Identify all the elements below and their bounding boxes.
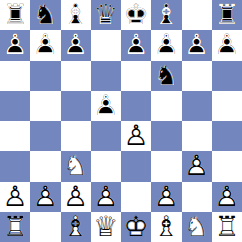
square-f6[interactable]: ♞♘ (151, 61, 181, 91)
square-a7[interactable]: ♟♙ (0, 30, 30, 60)
white-rook-fill-glyph: ♜ (0, 213, 30, 241)
piece-black-knight[interactable]: ♞♘ (30, 0, 60, 30)
square-f7[interactable]: ♟♙ (151, 30, 181, 60)
white-pawn-outline-glyph: ♙ (151, 183, 181, 211)
square-f4[interactable] (151, 121, 181, 151)
black-pawn-fill-glyph: ♟ (0, 31, 30, 59)
white-bishop-fill-glyph: ♝ (151, 213, 181, 241)
white-pawn-outline-glyph: ♙ (30, 183, 60, 211)
black-pawn-outline-glyph: ♙ (182, 31, 212, 59)
piece-black-pawn[interactable]: ♟♙ (30, 30, 60, 60)
white-pawn-outline-glyph: ♙ (0, 183, 30, 211)
black-bishop-outline-glyph: ♗ (61, 1, 91, 29)
square-c7[interactable]: ♟♙ (61, 30, 91, 60)
square-a3[interactable] (0, 151, 30, 181)
square-g3[interactable]: ♟♙ (182, 151, 212, 181)
square-d3[interactable] (91, 151, 121, 181)
black-rook-fill-glyph: ♜ (0, 1, 30, 29)
white-pawn-fill-glyph: ♟ (61, 183, 91, 211)
square-d2[interactable]: ♟♙ (91, 182, 121, 212)
square-g7[interactable]: ♟♙ (182, 30, 212, 60)
white-pawn-fill-glyph: ♟ (182, 152, 212, 180)
square-g8[interactable] (182, 0, 212, 30)
square-b6[interactable] (30, 61, 60, 91)
square-d5[interactable]: ♟♙ (91, 91, 121, 121)
black-pawn-outline-glyph: ♙ (212, 31, 242, 59)
black-bishop-fill-glyph: ♝ (61, 1, 91, 29)
white-bishop-outline-glyph: ♗ (151, 213, 181, 241)
square-g1[interactable]: ♞♘ (182, 212, 212, 242)
square-h2[interactable]: ♟♙ (212, 182, 242, 212)
piece-white-pawn[interactable]: ♟♙ (121, 121, 151, 151)
black-knight-outline-glyph: ♘ (30, 1, 60, 29)
square-c5[interactable] (61, 91, 91, 121)
piece-white-knight[interactable]: ♞♘ (182, 212, 212, 242)
square-a8[interactable]: ♜♖ (0, 0, 30, 30)
square-g4[interactable] (182, 121, 212, 151)
square-h6[interactable] (212, 61, 242, 91)
piece-black-pawn[interactable]: ♟♙ (182, 30, 212, 60)
square-e4[interactable]: ♟♙ (121, 121, 151, 151)
square-g6[interactable] (182, 61, 212, 91)
square-a4[interactable] (0, 121, 30, 151)
square-c4[interactable] (61, 121, 91, 151)
white-pawn-outline-glyph: ♙ (121, 122, 151, 150)
white-pawn-fill-glyph: ♟ (121, 122, 151, 150)
piece-white-pawn[interactable]: ♟♙ (61, 182, 91, 212)
white-pawn-fill-glyph: ♟ (151, 183, 181, 211)
black-bishop-fill-glyph: ♝ (151, 1, 181, 29)
piece-black-pawn[interactable]: ♟♙ (91, 91, 121, 121)
white-pawn-fill-glyph: ♟ (30, 183, 60, 211)
square-f1[interactable]: ♝♗ (151, 212, 181, 242)
black-pawn-fill-glyph: ♟ (91, 92, 121, 120)
square-b5[interactable] (30, 91, 60, 121)
square-b1[interactable] (30, 212, 60, 242)
black-pawn-fill-glyph: ♟ (151, 31, 181, 59)
black-pawn-fill-glyph: ♟ (212, 31, 242, 59)
black-queen-outline-glyph: ♕ (91, 1, 121, 29)
piece-black-pawn[interactable]: ♟♙ (151, 30, 181, 60)
square-c2[interactable]: ♟♙ (61, 182, 91, 212)
square-b2[interactable]: ♟♙ (30, 182, 60, 212)
white-queen-fill-glyph: ♛ (91, 213, 121, 241)
piece-white-king[interactable]: ♚♔ (121, 212, 151, 242)
black-pawn-fill-glyph: ♟ (121, 31, 151, 59)
square-h1[interactable]: ♜♖ (212, 212, 242, 242)
square-b3[interactable] (30, 151, 60, 181)
square-h3[interactable] (212, 151, 242, 181)
black-pawn-outline-glyph: ♙ (61, 31, 91, 59)
white-pawn-outline-glyph: ♙ (61, 183, 91, 211)
piece-white-rook[interactable]: ♜♖ (212, 212, 242, 242)
square-c1[interactable]: ♝♗ (61, 212, 91, 242)
square-b7[interactable]: ♟♙ (30, 30, 60, 60)
square-d7[interactable] (91, 30, 121, 60)
piece-black-pawn[interactable]: ♟♙ (61, 30, 91, 60)
square-h4[interactable] (212, 121, 242, 151)
white-pawn-fill-glyph: ♟ (212, 183, 242, 211)
white-pawn-fill-glyph: ♟ (0, 183, 30, 211)
piece-white-pawn[interactable]: ♟♙ (182, 151, 212, 181)
piece-white-rook[interactable]: ♜♖ (0, 212, 30, 242)
piece-black-bishop[interactable]: ♝♗ (61, 0, 91, 30)
square-a1[interactable]: ♜♖ (0, 212, 30, 242)
piece-black-pawn[interactable]: ♟♙ (212, 30, 242, 60)
square-f3[interactable] (151, 151, 181, 181)
white-knight-fill-glyph: ♞ (61, 152, 91, 180)
piece-white-queen[interactable]: ♛♕ (91, 212, 121, 242)
piece-white-pawn[interactable]: ♟♙ (151, 182, 181, 212)
black-knight-outline-glyph: ♘ (151, 62, 181, 90)
piece-white-bishop[interactable]: ♝♗ (151, 212, 181, 242)
square-d8[interactable]: ♛♕ (91, 0, 121, 30)
square-h5[interactable] (212, 91, 242, 121)
piece-white-knight[interactable]: ♞♘ (61, 151, 91, 181)
square-e1[interactable]: ♚♔ (121, 212, 151, 242)
square-e7[interactable]: ♟♙ (121, 30, 151, 60)
white-bishop-fill-glyph: ♝ (61, 213, 91, 241)
piece-black-knight[interactable]: ♞♘ (151, 61, 181, 91)
black-rook-outline-glyph: ♖ (212, 1, 242, 29)
square-f2[interactable]: ♟♙ (151, 182, 181, 212)
black-pawn-outline-glyph: ♙ (0, 31, 30, 59)
white-pawn-outline-glyph: ♙ (212, 183, 242, 211)
white-queen-outline-glyph: ♕ (91, 213, 121, 241)
black-king-outline-glyph: ♔ (121, 1, 151, 29)
square-e5[interactable] (121, 91, 151, 121)
black-pawn-outline-glyph: ♙ (121, 31, 151, 59)
black-knight-fill-glyph: ♞ (30, 1, 60, 29)
square-f8[interactable]: ♝♗ (151, 0, 181, 30)
white-king-fill-glyph: ♚ (121, 213, 151, 241)
piece-white-pawn[interactable]: ♟♙ (212, 182, 242, 212)
square-e6[interactable] (121, 61, 151, 91)
square-e8[interactable]: ♚♔ (121, 0, 151, 30)
white-rook-outline-glyph: ♖ (212, 213, 242, 241)
chess-board: ♜♖♞♘♝♗♛♕♚♔♝♗♜♖♟♙♟♙♟♙♟♙♟♙♟♙♟♙♞♘♟♙♟♙♞♘♟♙♟♙… (0, 0, 242, 242)
black-knight-fill-glyph: ♞ (151, 62, 181, 90)
black-pawn-fill-glyph: ♟ (61, 31, 91, 59)
square-d4[interactable] (91, 121, 121, 151)
chess-board-container: ♜♖♞♘♝♗♛♕♚♔♝♗♜♖♟♙♟♙♟♙♟♙♟♙♟♙♟♙♞♘♟♙♟♙♞♘♟♙♟♙… (0, 0, 242, 242)
piece-black-king[interactable]: ♚♔ (121, 0, 151, 30)
white-king-outline-glyph: ♔ (121, 213, 151, 241)
piece-white-pawn[interactable]: ♟♙ (30, 182, 60, 212)
piece-black-pawn[interactable]: ♟♙ (0, 30, 30, 60)
white-rook-outline-glyph: ♖ (0, 213, 30, 241)
square-c3[interactable]: ♞♘ (61, 151, 91, 181)
white-knight-outline-glyph: ♘ (182, 213, 212, 241)
square-g2[interactable] (182, 182, 212, 212)
square-h8[interactable]: ♜♖ (212, 0, 242, 30)
square-e2[interactable] (121, 182, 151, 212)
black-pawn-outline-glyph: ♙ (30, 31, 60, 59)
white-pawn-outline-glyph: ♙ (91, 183, 121, 211)
white-pawn-fill-glyph: ♟ (91, 183, 121, 211)
black-bishop-outline-glyph: ♗ (151, 1, 181, 29)
square-h7[interactable]: ♟♙ (212, 30, 242, 60)
black-pawn-outline-glyph: ♙ (91, 92, 121, 120)
black-pawn-outline-glyph: ♙ (151, 31, 181, 59)
piece-black-queen[interactable]: ♛♕ (91, 0, 121, 30)
square-d6[interactable] (91, 61, 121, 91)
white-knight-outline-glyph: ♘ (61, 152, 91, 180)
square-e3[interactable] (121, 151, 151, 181)
square-a6[interactable] (0, 61, 30, 91)
square-b4[interactable] (30, 121, 60, 151)
piece-white-pawn[interactable]: ♟♙ (91, 182, 121, 212)
black-pawn-fill-glyph: ♟ (182, 31, 212, 59)
piece-black-rook[interactable]: ♜♖ (212, 0, 242, 30)
white-pawn-outline-glyph: ♙ (182, 152, 212, 180)
piece-black-bishop[interactable]: ♝♗ (151, 0, 181, 30)
square-g5[interactable] (182, 91, 212, 121)
black-pawn-fill-glyph: ♟ (30, 31, 60, 59)
black-queen-fill-glyph: ♛ (91, 1, 121, 29)
square-c8[interactable]: ♝♗ (61, 0, 91, 30)
piece-black-pawn[interactable]: ♟♙ (121, 30, 151, 60)
square-c6[interactable] (61, 61, 91, 91)
piece-white-bishop[interactable]: ♝♗ (61, 212, 91, 242)
white-bishop-outline-glyph: ♗ (61, 213, 91, 241)
white-knight-fill-glyph: ♞ (182, 213, 212, 241)
square-d1[interactable]: ♛♕ (91, 212, 121, 242)
square-f5[interactable] (151, 91, 181, 121)
black-king-fill-glyph: ♚ (121, 1, 151, 29)
black-rook-fill-glyph: ♜ (212, 1, 242, 29)
square-b8[interactable]: ♞♘ (30, 0, 60, 30)
black-rook-outline-glyph: ♖ (0, 1, 30, 29)
piece-black-rook[interactable]: ♜♖ (0, 0, 30, 30)
square-a2[interactable]: ♟♙ (0, 182, 30, 212)
piece-white-pawn[interactable]: ♟♙ (0, 182, 30, 212)
white-rook-fill-glyph: ♜ (212, 213, 242, 241)
square-a5[interactable] (0, 91, 30, 121)
